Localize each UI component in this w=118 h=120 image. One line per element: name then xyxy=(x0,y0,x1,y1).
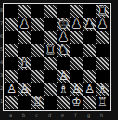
piece-white-pawn[interactable]: ♙ xyxy=(18,83,31,96)
square-d4[interactable] xyxy=(44,57,57,70)
square-d5[interactable]: ♜ xyxy=(44,44,57,57)
square-g4[interactable] xyxy=(83,57,96,70)
piece-black-pawn[interactable]: ♟ xyxy=(18,18,31,31)
file-label-d: d xyxy=(43,111,56,119)
square-a2[interactable]: ♙ xyxy=(5,83,18,96)
piece-black-bishop[interactable]: ♝ xyxy=(18,57,31,70)
piece-black-knight[interactable]: ♞ xyxy=(57,44,70,57)
piece-white-king[interactable]: ♔ xyxy=(70,96,83,109)
square-c5[interactable] xyxy=(31,44,44,57)
square-a5[interactable] xyxy=(5,44,18,57)
square-c8[interactable] xyxy=(31,5,44,18)
piece-black-pawn[interactable]: ♟ xyxy=(96,18,109,31)
piece-white-pawn[interactable]: ♙ xyxy=(83,83,96,96)
chess-board: ♜♟♚♟♟♟♟♜♞♝♙♙♙♗♙♙♗♖♔♖ xyxy=(5,5,109,109)
square-g5[interactable] xyxy=(83,44,96,57)
square-e5[interactable]: ♞ xyxy=(57,44,70,57)
piece-black-pawn[interactable]: ♟ xyxy=(70,18,83,31)
square-g7[interactable]: ♟ xyxy=(83,18,96,31)
square-b4[interactable]: ♝ xyxy=(18,57,31,70)
square-h5[interactable] xyxy=(96,44,109,57)
square-e2[interactable]: ♗ xyxy=(57,83,70,96)
square-g6[interactable] xyxy=(83,31,96,44)
file-label-a: a xyxy=(4,111,17,119)
square-b6[interactable] xyxy=(18,31,31,44)
piece-black-pawn[interactable]: ♟ xyxy=(83,18,96,31)
piece-white-rook[interactable]: ♖ xyxy=(96,96,109,109)
file-label-e: e xyxy=(56,111,69,119)
square-c1[interactable]: ♖ xyxy=(31,96,44,109)
square-c6[interactable] xyxy=(31,31,44,44)
chess-board-window: 87654321 ♜♟♚♟♟♟♟♜♞♝♙♙♙♗♙♙♗♖♔♖ abcdefgh xyxy=(0,0,118,120)
square-h4[interactable] xyxy=(96,57,109,70)
board-frame: ♜♟♚♟♟♟♟♜♞♝♙♙♙♗♙♙♗♖♔♖ xyxy=(3,3,111,111)
square-h1[interactable]: ♖ xyxy=(96,96,109,109)
square-a8[interactable] xyxy=(5,5,18,18)
square-d3[interactable] xyxy=(44,70,57,83)
square-g2[interactable]: ♙ xyxy=(83,83,96,96)
square-b1[interactable] xyxy=(18,96,31,109)
square-a7[interactable] xyxy=(5,18,18,31)
piece-white-rook[interactable]: ♖ xyxy=(31,96,44,109)
square-f4[interactable] xyxy=(70,57,83,70)
square-f6[interactable] xyxy=(70,31,83,44)
file-label-b: b xyxy=(17,111,30,119)
square-c7[interactable] xyxy=(31,18,44,31)
square-h6[interactable] xyxy=(96,31,109,44)
square-g1[interactable] xyxy=(83,96,96,109)
square-b7[interactable]: ♟ xyxy=(18,18,31,31)
piece-black-rook[interactable]: ♜ xyxy=(44,44,57,57)
square-e1[interactable] xyxy=(57,96,70,109)
square-a1[interactable] xyxy=(5,96,18,109)
square-f7[interactable]: ♟ xyxy=(70,18,83,31)
file-label-g: g xyxy=(82,111,95,119)
square-f1[interactable]: ♔ xyxy=(70,96,83,109)
piece-white-bishop[interactable]: ♗ xyxy=(57,83,70,96)
square-a6[interactable] xyxy=(5,31,18,44)
square-d8[interactable] xyxy=(44,5,57,18)
piece-white-pawn[interactable]: ♙ xyxy=(5,83,18,96)
square-c3[interactable] xyxy=(31,70,44,83)
square-b2[interactable]: ♙ xyxy=(18,83,31,96)
square-d7[interactable] xyxy=(44,18,57,31)
square-c4[interactable] xyxy=(31,57,44,70)
file-label-f: f xyxy=(69,111,82,119)
square-a4[interactable] xyxy=(5,57,18,70)
square-d1[interactable] xyxy=(44,96,57,109)
square-d2[interactable] xyxy=(44,83,57,96)
file-label-h: h xyxy=(95,111,108,119)
square-h7[interactable]: ♟ xyxy=(96,18,109,31)
square-f5[interactable] xyxy=(70,44,83,57)
file-label-c: c xyxy=(30,111,43,119)
